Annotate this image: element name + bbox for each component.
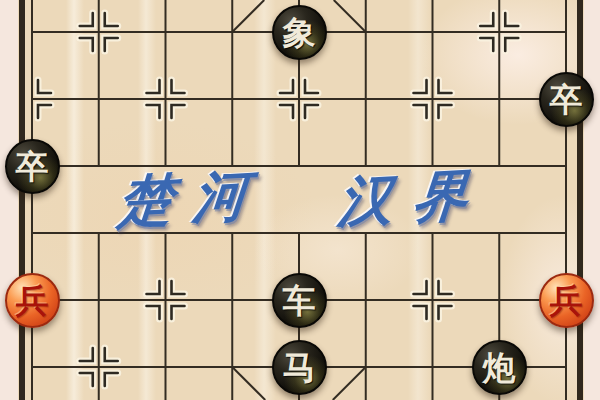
piece-glyph: 马 xyxy=(283,351,316,384)
piece-black-soldier-i7[interactable]: 卒 xyxy=(539,72,594,127)
river-text-han-boundary: 汉界 xyxy=(335,164,490,232)
piece-glyph: 象 xyxy=(283,16,316,49)
piece-red-soldier-i4[interactable]: 兵 xyxy=(539,273,594,328)
xiangqi-board[interactable]: 楚河 汉界 象卒卒兵车兵马炮 xyxy=(0,0,600,400)
piece-glyph: 兵 xyxy=(550,284,583,317)
piece-glyph: 车 xyxy=(283,284,316,317)
piece-black-horse-e3[interactable]: 马 xyxy=(272,340,327,395)
piece-glyph: 卒 xyxy=(16,150,49,183)
piece-glyph: 兵 xyxy=(16,284,49,317)
piece-glyph: 卒 xyxy=(550,83,583,116)
piece-black-chariot-e4[interactable]: 车 xyxy=(272,273,327,328)
piece-glyph: 炮 xyxy=(483,351,516,384)
piece-black-soldier-a6[interactable]: 卒 xyxy=(5,139,60,194)
river-text-chu-river: 楚河 xyxy=(115,164,270,232)
piece-red-soldier-a4[interactable]: 兵 xyxy=(5,273,60,328)
piece-black-cannon-h3[interactable]: 炮 xyxy=(472,340,527,395)
piece-black-elephant-e8[interactable]: 象 xyxy=(272,5,327,60)
